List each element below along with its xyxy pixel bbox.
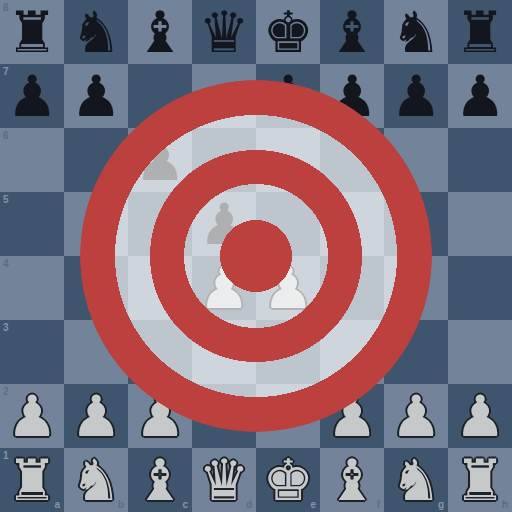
square-e8[interactable]: ♚ xyxy=(256,0,320,64)
square-c8[interactable]: ♝ xyxy=(128,0,192,64)
rank-label-5: 5 xyxy=(3,195,9,205)
square-h8[interactable]: ♜ xyxy=(448,0,512,64)
piece-black-knight[interactable]: ♞ xyxy=(390,0,441,64)
file-label-a: a xyxy=(54,500,60,510)
square-a2[interactable]: 2♟ xyxy=(0,384,64,448)
piece-black-queen[interactable]: ♛ xyxy=(198,0,249,64)
square-f1[interactable]: f♝ xyxy=(320,448,384,512)
piece-white-bishop[interactable]: ♝ xyxy=(134,448,185,512)
file-label-g: g xyxy=(438,500,444,510)
piece-white-king[interactable]: ♚ xyxy=(262,448,313,512)
piece-black-knight[interactable]: ♞ xyxy=(70,0,121,64)
square-h6[interactable] xyxy=(448,128,512,192)
file-label-b: b xyxy=(118,500,124,510)
square-b8[interactable]: ♞ xyxy=(64,0,128,64)
square-a6[interactable]: 6 xyxy=(0,128,64,192)
file-label-c: c xyxy=(182,500,188,510)
square-e1[interactable]: e♚ xyxy=(256,448,320,512)
piece-black-bishop[interactable]: ♝ xyxy=(326,0,377,64)
square-f8[interactable]: ♝ xyxy=(320,0,384,64)
piece-white-pawn[interactable]: ♟ xyxy=(70,384,121,448)
square-h1[interactable]: h♜ xyxy=(448,448,512,512)
square-a7[interactable]: 7♟ xyxy=(0,64,64,128)
square-a3[interactable]: 3 xyxy=(0,320,64,384)
target-overlay xyxy=(80,80,432,432)
piece-white-bishop[interactable]: ♝ xyxy=(326,448,377,512)
piece-white-pawn[interactable]: ♟ xyxy=(6,384,57,448)
piece-black-pawn[interactable]: ♟ xyxy=(390,64,441,128)
piece-black-rook[interactable]: ♜ xyxy=(6,0,57,64)
piece-white-pawn[interactable]: ♟ xyxy=(454,384,505,448)
square-a1[interactable]: 1a♜ xyxy=(0,448,64,512)
rank-label-1: 1 xyxy=(3,451,9,461)
square-h4[interactable] xyxy=(448,256,512,320)
square-c1[interactable]: c♝ xyxy=(128,448,192,512)
square-b7[interactable]: ♟ xyxy=(64,64,128,128)
chess-app: 8♜♞♝♛♚♝♞♜7♟♟♟♟♟♟6♟5♟4♟♟32♟♟♟♟♟♟1a♜b♞c♝d♛… xyxy=(0,0,512,512)
piece-white-rook[interactable]: ♜ xyxy=(6,448,57,512)
piece-white-rook[interactable]: ♜ xyxy=(454,448,505,512)
file-label-f: f xyxy=(377,500,380,510)
piece-white-queen[interactable]: ♛ xyxy=(198,448,249,512)
square-a8[interactable]: 8♜ xyxy=(0,0,64,64)
rank-label-7: 7 xyxy=(3,67,9,77)
square-h7[interactable]: ♟ xyxy=(448,64,512,128)
rank-label-2: 2 xyxy=(3,387,9,397)
square-g7[interactable]: ♟ xyxy=(384,64,448,128)
file-label-e: e xyxy=(310,500,316,510)
piece-black-king[interactable]: ♚ xyxy=(262,0,313,64)
square-b2[interactable]: ♟ xyxy=(64,384,128,448)
rank-label-8: 8 xyxy=(3,3,9,13)
square-d8[interactable]: ♛ xyxy=(192,0,256,64)
piece-white-pawn[interactable]: ♟ xyxy=(390,384,441,448)
rank-label-4: 4 xyxy=(3,259,9,269)
square-h3[interactable] xyxy=(448,320,512,384)
square-h5[interactable] xyxy=(448,192,512,256)
square-g8[interactable]: ♞ xyxy=(384,0,448,64)
square-g1[interactable]: g♞ xyxy=(384,448,448,512)
square-g2[interactable]: ♟ xyxy=(384,384,448,448)
square-h2[interactable]: ♟ xyxy=(448,384,512,448)
piece-black-rook[interactable]: ♜ xyxy=(454,0,505,64)
piece-white-knight[interactable]: ♞ xyxy=(70,448,121,512)
square-a5[interactable]: 5 xyxy=(0,192,64,256)
file-label-d: d xyxy=(246,500,252,510)
file-label-h: h xyxy=(502,500,508,510)
piece-black-pawn[interactable]: ♟ xyxy=(454,64,505,128)
piece-black-pawn[interactable]: ♟ xyxy=(6,64,57,128)
piece-black-bishop[interactable]: ♝ xyxy=(134,0,185,64)
piece-black-pawn[interactable]: ♟ xyxy=(70,64,121,128)
square-d1[interactable]: d♛ xyxy=(192,448,256,512)
square-b1[interactable]: b♞ xyxy=(64,448,128,512)
rank-label-6: 6 xyxy=(3,131,9,141)
square-a4[interactable]: 4 xyxy=(0,256,64,320)
piece-white-knight[interactable]: ♞ xyxy=(390,448,441,512)
rank-label-3: 3 xyxy=(3,323,9,333)
